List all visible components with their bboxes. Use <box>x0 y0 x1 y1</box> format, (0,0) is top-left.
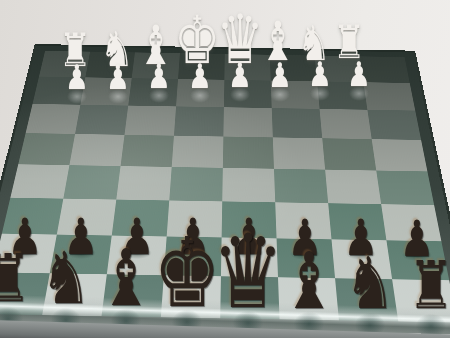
square-a5 <box>376 171 434 206</box>
square-g4 <box>69 134 124 166</box>
square-h4 <box>18 133 75 165</box>
black-knight: ♞ <box>342 247 398 319</box>
square-c4 <box>273 137 325 169</box>
square-f5 <box>116 166 171 200</box>
square-c3 <box>272 108 323 138</box>
square-f3 <box>125 106 177 136</box>
black-knight: ♞ <box>38 242 94 314</box>
square-c5 <box>274 169 328 204</box>
black-rook: ♜ <box>0 246 34 312</box>
square-h5 <box>10 164 69 198</box>
square-d5 <box>222 168 275 202</box>
square-b5 <box>325 170 381 205</box>
square-h3 <box>26 104 81 134</box>
square-b4 <box>322 138 376 170</box>
white-pawn: ♟ <box>187 59 214 93</box>
white-pawn: ♟ <box>64 60 91 94</box>
black-bishop: ♝ <box>279 242 340 320</box>
square-g3 <box>75 105 128 135</box>
square-d3 <box>223 107 272 137</box>
square-a3 <box>367 110 421 140</box>
square-b3 <box>320 109 372 139</box>
white-pawn: ♟ <box>227 58 254 92</box>
white-pawn: ♟ <box>307 57 334 91</box>
white-pawn: ♟ <box>146 59 173 93</box>
white-pawn: ♟ <box>267 58 294 92</box>
square-e5 <box>169 167 223 201</box>
black-queen: ♛ <box>208 221 288 323</box>
square-f4 <box>121 135 174 167</box>
square-a4 <box>372 139 428 171</box>
square-e3 <box>174 106 224 136</box>
square-g5 <box>63 165 120 199</box>
photo-scene: ♜♞♝♚♛♝♞♜♟♟♟♟♟♟♟♟♟♟♟♟♟♟♟♟♜♞♝♚♛♝♞♜ <box>0 0 450 338</box>
black-rook: ♜ <box>405 253 450 319</box>
black-bishop: ♝ <box>96 239 157 317</box>
white-pawn: ♟ <box>105 60 132 94</box>
square-d4 <box>223 137 274 169</box>
square-e4 <box>172 136 224 168</box>
white-pawn: ♟ <box>346 57 373 91</box>
